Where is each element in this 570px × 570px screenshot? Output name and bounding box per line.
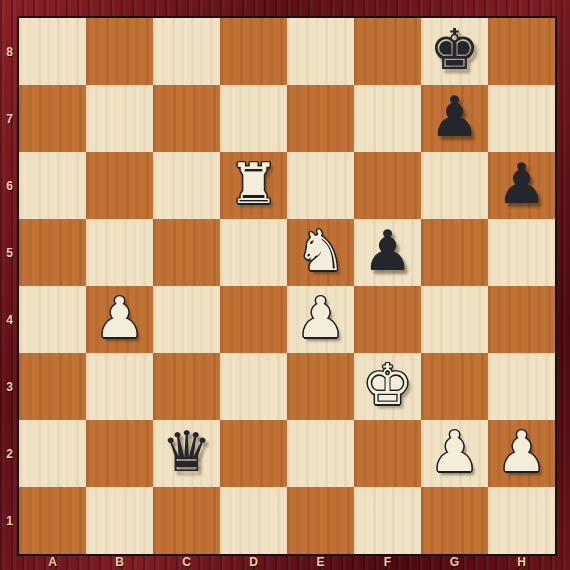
square-d4[interactable] — [220, 286, 287, 353]
square-e1[interactable] — [287, 487, 354, 554]
file-label-f: F — [354, 554, 421, 570]
square-a7[interactable] — [19, 85, 86, 152]
square-g5[interactable] — [421, 219, 488, 286]
square-b4[interactable]: ♟ — [86, 286, 153, 353]
square-h6[interactable]: ♟ — [488, 152, 555, 219]
square-g7[interactable]: ♟ — [421, 85, 488, 152]
square-d8[interactable] — [220, 18, 287, 85]
square-g3[interactable] — [421, 353, 488, 420]
square-f3[interactable]: ♚ — [354, 353, 421, 420]
square-f7[interactable] — [354, 85, 421, 152]
square-c3[interactable] — [153, 353, 220, 420]
square-d5[interactable] — [220, 219, 287, 286]
square-b2[interactable] — [86, 420, 153, 487]
square-b6[interactable] — [86, 152, 153, 219]
file-label-d: D — [220, 554, 287, 570]
square-e8[interactable] — [287, 18, 354, 85]
rank-label-7: 7 — [0, 85, 19, 152]
rank-label-8: 8 — [0, 18, 19, 85]
square-h5[interactable] — [488, 219, 555, 286]
square-a8[interactable] — [19, 18, 86, 85]
chess-board: ♚♟♜♟♞♟♟♟♚♛♟♟ — [19, 18, 555, 554]
square-b7[interactable] — [86, 85, 153, 152]
rank-label-4: 4 — [0, 286, 19, 353]
square-b5[interactable] — [86, 219, 153, 286]
file-label-a: A — [19, 554, 86, 570]
square-h3[interactable] — [488, 353, 555, 420]
chess-board-frame: ♚♟♜♟♞♟♟♟♚♛♟♟ 87654321 ABCDEFGH — [0, 0, 570, 570]
white-knight[interactable]: ♞ — [295, 217, 345, 284]
rank-label-2: 2 — [0, 420, 19, 487]
square-f5[interactable]: ♟ — [354, 219, 421, 286]
white-pawn[interactable]: ♟ — [496, 418, 546, 485]
white-king[interactable]: ♚ — [362, 351, 412, 418]
square-f8[interactable] — [354, 18, 421, 85]
square-a2[interactable] — [19, 420, 86, 487]
file-label-g: G — [421, 554, 488, 570]
square-f6[interactable] — [354, 152, 421, 219]
square-d1[interactable] — [220, 487, 287, 554]
white-pawn[interactable]: ♟ — [429, 418, 479, 485]
square-b1[interactable] — [86, 487, 153, 554]
square-g4[interactable] — [421, 286, 488, 353]
square-a1[interactable] — [19, 487, 86, 554]
file-label-h: H — [488, 554, 555, 570]
square-d3[interactable] — [220, 353, 287, 420]
square-h2[interactable]: ♟ — [488, 420, 555, 487]
square-g8[interactable]: ♚ — [421, 18, 488, 85]
white-pawn[interactable]: ♟ — [94, 284, 144, 351]
square-e6[interactable] — [287, 152, 354, 219]
square-e2[interactable] — [287, 420, 354, 487]
square-e4[interactable]: ♟ — [287, 286, 354, 353]
square-g2[interactable]: ♟ — [421, 420, 488, 487]
square-h1[interactable] — [488, 487, 555, 554]
square-h4[interactable] — [488, 286, 555, 353]
black-pawn[interactable]: ♟ — [496, 150, 546, 217]
square-a4[interactable] — [19, 286, 86, 353]
square-c4[interactable] — [153, 286, 220, 353]
square-e5[interactable]: ♞ — [287, 219, 354, 286]
square-h7[interactable] — [488, 85, 555, 152]
white-rook[interactable]: ♜ — [228, 150, 278, 217]
square-g1[interactable] — [421, 487, 488, 554]
square-e7[interactable] — [287, 85, 354, 152]
black-pawn[interactable]: ♟ — [429, 83, 479, 150]
square-f2[interactable] — [354, 420, 421, 487]
rank-label-6: 6 — [0, 152, 19, 219]
square-f1[interactable] — [354, 487, 421, 554]
square-c2[interactable]: ♛ — [153, 420, 220, 487]
square-d6[interactable]: ♜ — [220, 152, 287, 219]
square-d7[interactable] — [220, 85, 287, 152]
square-h8[interactable] — [488, 18, 555, 85]
square-g6[interactable] — [421, 152, 488, 219]
rank-label-1: 1 — [0, 487, 19, 554]
square-c1[interactable] — [153, 487, 220, 554]
rank-label-3: 3 — [0, 353, 19, 420]
square-d2[interactable] — [220, 420, 287, 487]
black-pawn[interactable]: ♟ — [362, 217, 412, 284]
square-c6[interactable] — [153, 152, 220, 219]
file-label-c: C — [153, 554, 220, 570]
square-a3[interactable] — [19, 353, 86, 420]
square-b3[interactable] — [86, 353, 153, 420]
file-label-b: B — [86, 554, 153, 570]
black-queen[interactable]: ♛ — [161, 418, 211, 485]
black-king[interactable]: ♚ — [429, 16, 479, 83]
square-c7[interactable] — [153, 85, 220, 152]
rank-label-5: 5 — [0, 219, 19, 286]
square-a6[interactable] — [19, 152, 86, 219]
square-e3[interactable] — [287, 353, 354, 420]
square-b8[interactable] — [86, 18, 153, 85]
square-a5[interactable] — [19, 219, 86, 286]
square-c8[interactable] — [153, 18, 220, 85]
square-c5[interactable] — [153, 219, 220, 286]
square-f4[interactable] — [354, 286, 421, 353]
file-label-e: E — [287, 554, 354, 570]
white-pawn[interactable]: ♟ — [295, 284, 345, 351]
